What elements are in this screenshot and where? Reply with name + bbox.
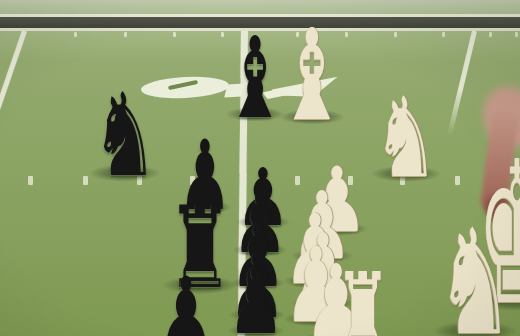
- hash-mark: [394, 32, 397, 37]
- white-rook[interactable]: ♜: [314, 259, 412, 336]
- hash-mark: [515, 32, 518, 37]
- white-knight[interactable]: ♞: [410, 210, 520, 336]
- hash-mark: [442, 32, 445, 37]
- black-pawn[interactable]: ♟: [140, 264, 233, 336]
- hash-mark: [173, 32, 176, 37]
- photo-scene: ♞♝♟♜♟♟♟♟♟♟♝♞♟♟♟♟♟♟♜♞♚: [0, 0, 520, 336]
- hash-mark: [124, 32, 127, 37]
- yard-line-left: [0, 30, 27, 109]
- hash-mark: [28, 176, 33, 185]
- hash-mark: [74, 32, 77, 37]
- white-bishop[interactable]: ♝: [256, 13, 369, 139]
- hash-mark: [489, 32, 492, 37]
